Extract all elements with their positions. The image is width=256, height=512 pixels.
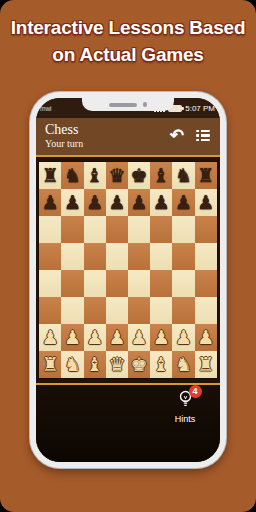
square-g6[interactable] (172, 216, 194, 243)
white-piece-p: ♟ (42, 328, 59, 347)
promo-image: Interactive Lessons Based on Actual Game… (0, 0, 256, 512)
white-piece-p: ♟ (131, 328, 148, 347)
status-bar: mwi 5:07 PM (36, 98, 220, 118)
square-a6[interactable] (39, 216, 61, 243)
square-a2[interactable]: ♟ (39, 324, 61, 351)
square-a7[interactable]: ♟ (39, 189, 61, 216)
list-menu-icon (196, 130, 210, 142)
square-g5[interactable] (172, 243, 194, 270)
square-h3[interactable] (195, 297, 217, 324)
square-g1[interactable]: ♞ (172, 351, 194, 378)
square-a8[interactable]: ♜ (39, 162, 61, 189)
black-piece-p: ♟ (108, 193, 125, 212)
black-piece-p: ♟ (153, 193, 170, 212)
square-b2[interactable]: ♟ (61, 324, 83, 351)
square-g4[interactable] (172, 270, 194, 297)
square-h1[interactable]: ♜ (195, 351, 217, 378)
hints-badge: 4 (189, 385, 202, 398)
square-d8[interactable]: ♛ (106, 162, 128, 189)
clock: 5:07 PM (185, 104, 215, 113)
white-piece-p: ♟ (86, 328, 103, 347)
hints-label: Hints (166, 414, 204, 424)
white-piece-q: ♛ (108, 355, 125, 374)
turn-indicator: Your turn (45, 138, 170, 150)
square-e2[interactable]: ♟ (128, 324, 150, 351)
square-h8[interactable]: ♜ (195, 162, 217, 189)
black-piece-n: ♞ (64, 166, 81, 185)
square-b1[interactable]: ♞ (61, 351, 83, 378)
square-h2[interactable]: ♟ (195, 324, 217, 351)
black-piece-p: ♟ (131, 193, 148, 212)
white-piece-b: ♝ (86, 355, 103, 374)
black-piece-p: ♟ (42, 193, 59, 212)
square-b7[interactable]: ♟ (61, 189, 83, 216)
lower-panel: 4 Hints (36, 385, 220, 462)
square-h7[interactable]: ♟ (195, 189, 217, 216)
black-piece-b: ♝ (153, 166, 170, 185)
board-zone: ♜♞♝♛♚♝♞♜♟♟♟♟♟♟♟♟♟♟♟♟♟♟♟♟♜♞♝♛♚♝♞♜ (36, 155, 220, 385)
white-piece-r: ♜ (197, 355, 214, 374)
square-h6[interactable] (195, 216, 217, 243)
square-h4[interactable] (195, 270, 217, 297)
square-d5[interactable] (106, 243, 128, 270)
square-e4[interactable] (128, 270, 150, 297)
square-f4[interactable] (150, 270, 172, 297)
white-piece-r: ♜ (42, 355, 59, 374)
square-g7[interactable]: ♟ (172, 189, 194, 216)
black-piece-p: ♟ (64, 193, 81, 212)
square-b5[interactable] (61, 243, 83, 270)
white-piece-p: ♟ (108, 328, 125, 347)
square-f3[interactable] (150, 297, 172, 324)
square-e8[interactable]: ♚ (128, 162, 150, 189)
phone-screen: mwi 5:07 PM Chess Your turn ↶ (36, 98, 220, 462)
header-titles: Chess Your turn (45, 122, 170, 150)
square-h5[interactable] (195, 243, 217, 270)
square-a1[interactable]: ♜ (39, 351, 61, 378)
square-d3[interactable] (106, 297, 128, 324)
square-e3[interactable] (128, 297, 150, 324)
white-piece-p: ♟ (153, 328, 170, 347)
phone-frame: mwi 5:07 PM Chess Your turn ↶ (30, 92, 226, 468)
chess-board: ♜♞♝♛♚♝♞♜♟♟♟♟♟♟♟♟♟♟♟♟♟♟♟♟♜♞♝♛♚♝♞♜ (38, 161, 218, 379)
square-d6[interactable] (106, 216, 128, 243)
bulb-wrap: 4 (178, 390, 193, 413)
black-piece-r: ♜ (197, 166, 214, 185)
hints-button[interactable]: 4 Hints (166, 390, 204, 424)
square-c8[interactable]: ♝ (84, 162, 106, 189)
menu-button[interactable] (196, 130, 212, 142)
square-a3[interactable] (39, 297, 61, 324)
white-piece-b: ♝ (153, 355, 170, 374)
square-a4[interactable] (39, 270, 61, 297)
square-c1[interactable]: ♝ (84, 351, 106, 378)
square-e6[interactable] (128, 216, 150, 243)
square-a5[interactable] (39, 243, 61, 270)
square-g3[interactable] (172, 297, 194, 324)
square-e5[interactable] (128, 243, 150, 270)
camera-dot (143, 102, 148, 107)
headline-line-1: Interactive Lessons Based (0, 15, 256, 42)
headline-line-2: on Actual Games (0, 42, 256, 69)
black-piece-p: ♟ (197, 193, 214, 212)
white-piece-n: ♞ (64, 355, 81, 374)
white-piece-p: ♟ (175, 328, 192, 347)
square-d2[interactable]: ♟ (106, 324, 128, 351)
white-piece-p: ♟ (64, 328, 81, 347)
square-f5[interactable] (150, 243, 172, 270)
app-title: Chess (45, 122, 170, 138)
square-f8[interactable]: ♝ (150, 162, 172, 189)
square-c7[interactable]: ♟ (84, 189, 106, 216)
square-d1[interactable]: ♛ (106, 351, 128, 378)
square-c5[interactable] (84, 243, 106, 270)
black-piece-n: ♞ (175, 166, 192, 185)
speaker-grille (109, 103, 137, 107)
square-c3[interactable] (84, 297, 106, 324)
square-f6[interactable] (150, 216, 172, 243)
undo-button[interactable]: ↶ (170, 127, 184, 144)
square-b3[interactable] (61, 297, 83, 324)
square-b6[interactable] (61, 216, 83, 243)
white-piece-k: ♚ (131, 355, 148, 374)
square-d7[interactable]: ♟ (106, 189, 128, 216)
square-f2[interactable]: ♟ (150, 324, 172, 351)
square-d4[interactable] (106, 270, 128, 297)
square-b8[interactable]: ♞ (61, 162, 83, 189)
black-piece-p: ♟ (175, 193, 192, 212)
square-g8[interactable]: ♞ (172, 162, 194, 189)
white-piece-n: ♞ (175, 355, 192, 374)
black-piece-p: ♟ (86, 193, 103, 212)
app-header: Chess Your turn ↶ (36, 118, 220, 155)
square-e1[interactable]: ♚ (128, 351, 150, 378)
square-e7[interactable]: ♟ (128, 189, 150, 216)
black-piece-r: ♜ (42, 166, 59, 185)
black-piece-q: ♛ (108, 166, 125, 185)
square-c4[interactable] (84, 270, 106, 297)
square-f7[interactable]: ♟ (150, 189, 172, 216)
square-b4[interactable] (61, 270, 83, 297)
square-c6[interactable] (84, 216, 106, 243)
square-f1[interactable]: ♝ (150, 351, 172, 378)
promo-headline: Interactive Lessons Based on Actual Game… (0, 0, 256, 69)
square-g2[interactable]: ♟ (172, 324, 194, 351)
carrier-label: mwi (40, 105, 52, 112)
undo-icon: ↶ (170, 126, 184, 145)
white-piece-p: ♟ (197, 328, 214, 347)
phone-notch (82, 98, 174, 111)
black-piece-k: ♚ (131, 166, 148, 185)
black-piece-b: ♝ (86, 166, 103, 185)
square-c2[interactable]: ♟ (84, 324, 106, 351)
